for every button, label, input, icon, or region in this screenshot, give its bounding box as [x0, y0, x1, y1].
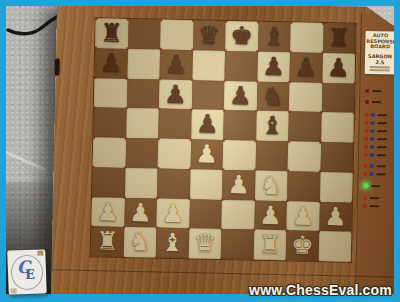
black-pawn[interactable]: ♟: [257, 51, 290, 81]
control-panel: AUTO RESPONSE BOARD SARGON 2.5: [355, 13, 399, 296]
white-pawn[interactable]: ♟: [91, 197, 124, 227]
led-blue: [370, 164, 374, 168]
square-d8[interactable]: ♛: [193, 20, 226, 50]
square-d1[interactable]: ♛: [188, 228, 221, 258]
black-pawn[interactable]: ♟: [159, 79, 192, 109]
square-c7[interactable]: ♟: [159, 49, 192, 79]
black-pawn[interactable]: ♟: [224, 80, 257, 110]
square-d4[interactable]: ♟: [190, 139, 223, 169]
square-g5[interactable]: [288, 112, 321, 142]
square-g1[interactable]: ♚: [286, 231, 319, 261]
white-pawn[interactable]: ♟: [286, 201, 319, 231]
square-c2[interactable]: ♟: [156, 198, 189, 228]
square-d3[interactable]: [189, 169, 222, 199]
square-f6[interactable]: ♞: [256, 81, 289, 111]
led-blue: [370, 153, 374, 157]
led-red: [364, 128, 368, 132]
led-green-lit: [363, 183, 368, 188]
black-pawn[interactable]: ♟: [191, 110, 224, 140]
led-blue: [370, 145, 374, 149]
panel-led-row: [365, 99, 399, 105]
panel-fine-print: [370, 69, 390, 71]
white-bishop[interactable]: ♝: [156, 228, 189, 258]
square-h2[interactable]: ♟: [319, 201, 352, 231]
white-rook[interactable]: ♜: [253, 230, 286, 260]
square-g4[interactable]: [288, 141, 321, 171]
white-pawn[interactable]: ♟: [222, 170, 255, 200]
led-label: [370, 197, 379, 199]
led-blue: [370, 137, 374, 141]
white-knight[interactable]: ♞: [254, 170, 287, 200]
logo-tape: [11, 288, 17, 293]
led-red: [365, 112, 369, 116]
square-c4[interactable]: [158, 139, 191, 169]
square-d2[interactable]: [189, 199, 222, 229]
square-e5[interactable]: [223, 110, 256, 140]
square-f8[interactable]: ♝: [258, 22, 291, 52]
white-pawn[interactable]: ♟: [156, 198, 189, 228]
square-b6[interactable]: [126, 78, 159, 108]
square-f4[interactable]: [255, 141, 288, 171]
led-red: [364, 171, 368, 175]
led-blue: [371, 113, 375, 117]
panel-led-row: [363, 183, 397, 189]
panel-led-row: [364, 163, 398, 169]
square-c6[interactable]: ♟: [159, 79, 192, 109]
white-pawn[interactable]: ♟: [190, 139, 223, 169]
square-b7[interactable]: [127, 49, 160, 79]
led-blue: [371, 121, 375, 125]
black-queen[interactable]: ♛: [193, 20, 226, 50]
square-e6[interactable]: ♟: [224, 80, 257, 110]
black-pawn[interactable]: ♟: [289, 52, 322, 82]
led-blue: [370, 129, 374, 133]
black-pawn[interactable]: ♟: [322, 53, 355, 83]
panel-led-row: [363, 203, 397, 209]
square-b3[interactable]: [125, 168, 158, 198]
led-label: [372, 101, 381, 103]
panel-led-row: [365, 88, 399, 94]
square-a6[interactable]: [94, 78, 127, 108]
white-pawn[interactable]: ♟: [254, 200, 287, 230]
square-h1[interactable]: [318, 231, 351, 261]
black-rook[interactable]: ♜: [95, 18, 128, 48]
black-pawn[interactable]: ♟: [160, 49, 193, 79]
panel-led-row: [364, 136, 398, 142]
chess-computer: ♜♛♚♝♜♟♟♟♟♟♟♟♞♟♝♟♟♞♟♟♟♟♟♟♜♞♝♛♜♚ AUTO RESP…: [51, 0, 400, 301]
square-b2[interactable]: ♟: [124, 197, 157, 227]
white-knight[interactable]: ♞: [123, 227, 156, 257]
panel-led-row: [364, 144, 398, 150]
panel-led-row: [364, 171, 398, 177]
square-f5[interactable]: ♝: [256, 111, 289, 141]
square-a3[interactable]: [92, 167, 125, 197]
panel-led-row: [364, 152, 398, 158]
led-label: [377, 154, 386, 156]
square-e4[interactable]: [223, 140, 256, 170]
led-label: [377, 173, 386, 175]
panel-led-row: [365, 120, 399, 126]
panel-label-plate: AUTO RESPONSE BOARD SARGON 2.5: [365, 31, 396, 74]
led-label: [378, 122, 387, 124]
square-f2[interactable]: ♟: [254, 200, 287, 230]
square-e7[interactable]: [224, 51, 257, 81]
side-connector: [55, 58, 60, 75]
logo-tape: [37, 250, 43, 255]
led-red: [364, 163, 368, 167]
chess-board: ♜♛♚♝♜♟♟♟♟♟♟♟♞♟♝♟♟♞♟♟♟♟♟♟♜♞♝♛♜♚: [90, 17, 357, 262]
square-c5[interactable]: [158, 109, 191, 139]
panel-title-line: BOARD: [366, 44, 394, 50]
white-pawn[interactable]: ♟: [319, 201, 352, 231]
black-bishop[interactable]: ♝: [256, 111, 289, 141]
black-pawn[interactable]: ♟: [95, 48, 128, 78]
led-label: [377, 146, 386, 148]
square-d6[interactable]: [191, 80, 224, 110]
led-label: [378, 114, 387, 116]
square-g2[interactable]: ♟: [286, 201, 319, 231]
square-b1[interactable]: ♞: [123, 227, 156, 257]
square-d7[interactable]: [192, 50, 225, 80]
watermark: www.ChessEval.com: [249, 282, 392, 298]
led-blue: [370, 172, 374, 176]
square-e8[interactable]: ♚: [225, 21, 258, 51]
led-red: [364, 152, 368, 156]
square-e3[interactable]: ♟: [222, 170, 255, 200]
square-b8[interactable]: [128, 19, 161, 49]
led-label: [370, 205, 379, 207]
panel-led-row: [364, 128, 398, 134]
square-a2[interactable]: ♟: [91, 197, 124, 227]
square-g7[interactable]: ♟: [289, 52, 322, 82]
square-d5[interactable]: ♟: [191, 110, 224, 140]
square-h3[interactable]: [319, 172, 352, 202]
wood-seam: [51, 269, 395, 277]
square-g8[interactable]: [290, 22, 323, 52]
square-f1[interactable]: ♜: [253, 230, 286, 260]
panel-led-row: [363, 195, 397, 201]
logo-letter-e: E: [25, 267, 35, 282]
panel-model-label: SARGON 2.5: [366, 52, 394, 65]
square-c3[interactable]: [157, 168, 190, 198]
white-pawn[interactable]: ♟: [124, 197, 157, 227]
black-knight[interactable]: ♞: [256, 81, 289, 111]
square-e2[interactable]: [221, 199, 254, 229]
led-red: [364, 144, 368, 148]
square-c1[interactable]: ♝: [156, 228, 189, 258]
black-king[interactable]: ♚: [225, 21, 258, 51]
black-bishop[interactable]: ♝: [258, 22, 291, 52]
led-label: [377, 138, 386, 140]
square-c8[interactable]: [160, 20, 193, 50]
led-red: [363, 203, 367, 207]
square-g3[interactable]: [287, 171, 320, 201]
led-label: [377, 165, 386, 167]
square-h8[interactable]: ♜: [323, 23, 356, 53]
square-a1[interactable]: ♜: [91, 226, 124, 256]
square-g6[interactable]: [289, 82, 322, 112]
square-h6[interactable]: [321, 82, 354, 112]
square-f7[interactable]: ♟: [257, 51, 290, 81]
white-king[interactable]: ♚: [286, 231, 319, 261]
square-f3[interactable]: ♞: [254, 170, 287, 200]
panel-led-row: [365, 112, 399, 118]
white-queen[interactable]: ♛: [188, 228, 221, 258]
led-maroon: [365, 99, 369, 103]
square-b4[interactable]: [125, 138, 158, 168]
square-h5[interactable]: [321, 112, 354, 142]
board-squares: ♜♛♚♝♜♟♟♟♟♟♟♟♞♟♝♟♟♞♟♟♟♟♟♟♜♞♝♛♜♚: [91, 18, 356, 261]
square-a7[interactable]: ♟: [95, 48, 128, 78]
square-h4[interactable]: [320, 142, 353, 172]
panel-fine-print: [370, 66, 390, 68]
led-label: [377, 130, 386, 132]
white-rook[interactable]: ♜: [91, 226, 124, 256]
square-b5[interactable]: [126, 108, 159, 138]
black-rook[interactable]: ♜: [323, 23, 356, 53]
led-red: [365, 120, 369, 124]
square-a4[interactable]: [93, 137, 126, 167]
scene: ♜♛♚♝♜♟♟♟♟♟♟♟♞♟♝♟♟♞♟♟♟♟♟♟♜♞♝♛♜♚ AUTO RESP…: [0, 0, 400, 302]
square-a8[interactable]: ♜: [95, 18, 128, 48]
chesseval-logo: C E: [7, 249, 47, 294]
led-red: [364, 136, 368, 140]
square-a5[interactable]: [93, 107, 126, 137]
led-maroon: [365, 88, 369, 92]
led-label: [372, 90, 381, 92]
square-h7[interactable]: ♟: [322, 53, 355, 83]
led-label: [371, 185, 380, 187]
square-e1[interactable]: [221, 229, 254, 259]
panel-led-column: [361, 85, 400, 209]
led-red: [363, 195, 367, 199]
